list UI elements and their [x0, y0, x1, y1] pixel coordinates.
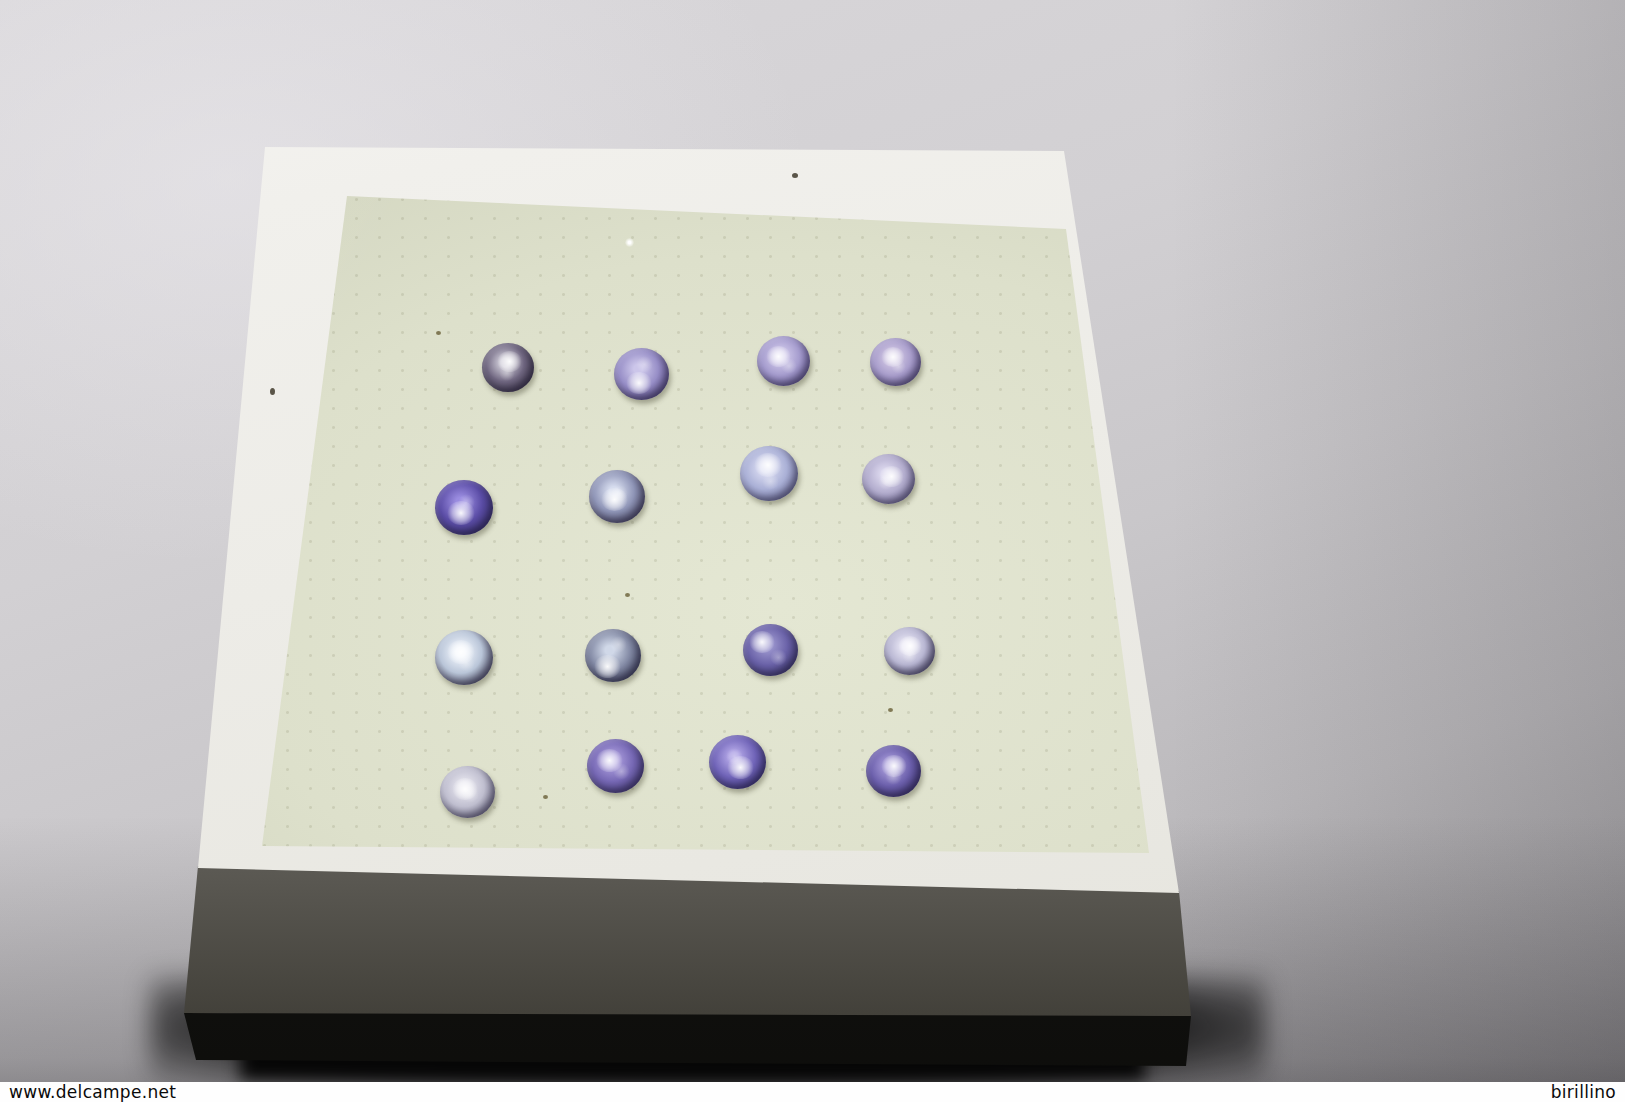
gem-r2c1: [435, 480, 493, 535]
gem-r1c3: [757, 336, 810, 386]
gem-glint: [626, 372, 652, 394]
gem-facet-flash: [878, 474, 894, 490]
gem-r3c3: [743, 624, 798, 676]
gem-r4c1: [440, 766, 495, 818]
gem-r4c3: [709, 735, 766, 789]
gem-r2c2: [589, 470, 645, 523]
gem-display-box: [0, 0, 1625, 1102]
gem-r2c4: [862, 454, 915, 504]
gem-r2c3: [740, 446, 798, 501]
gem-facet-flash: [762, 473, 779, 490]
watermark-bar: www.delcampe.net birillino: [0, 1082, 1625, 1102]
gems-layer: [0, 0, 1625, 1102]
watermark-right: birillino: [1551, 1082, 1616, 1102]
gem-facet-flash: [770, 649, 787, 666]
gem-r3c4: [884, 627, 935, 675]
gem-facet-flash: [458, 494, 475, 511]
gem-r3c2: [585, 629, 641, 682]
gem-facet-flash: [781, 358, 797, 374]
gem-facet-flash: [499, 365, 515, 381]
gem-facet-flash: [458, 655, 475, 672]
gem-facet-flash: [902, 648, 917, 663]
gem-glint: [594, 655, 621, 678]
gem-facet-flash: [891, 359, 906, 374]
gem-r4c4: [866, 745, 921, 797]
gem-facet-flash: [611, 485, 628, 502]
gem-facet-flash: [885, 768, 902, 785]
gem-r1c1: [482, 343, 534, 392]
gem-r4c2: [587, 739, 644, 793]
gem-facet-flash: [636, 356, 653, 373]
photo-scene: www.delcampe.net birillino: [0, 0, 1625, 1102]
gem-r3c1: [435, 630, 493, 685]
gem-facet-flash: [613, 763, 630, 780]
gem-facet-flash: [610, 636, 627, 653]
gem-r1c4: [870, 338, 921, 386]
gem-facet-flash: [462, 786, 479, 803]
gem-glint: [749, 631, 775, 653]
gem-facet-flash: [726, 748, 743, 765]
watermark-left: www.delcampe.net: [9, 1082, 176, 1102]
gem-r1c2: [614, 348, 669, 400]
